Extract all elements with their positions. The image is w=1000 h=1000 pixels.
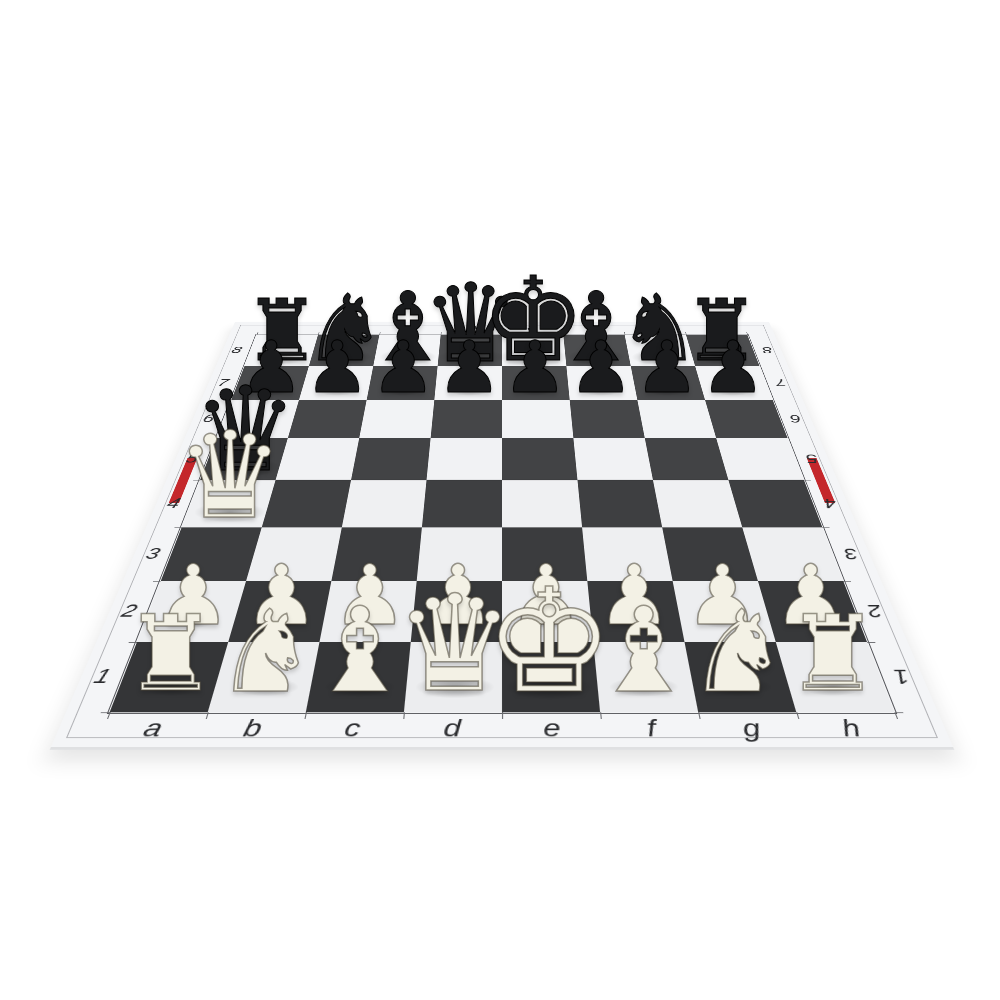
square-b6[interactable] xyxy=(288,400,367,438)
file-label-bottom-c: c xyxy=(343,717,362,741)
square-d6[interactable] xyxy=(431,400,502,438)
square-d8[interactable] xyxy=(438,335,502,366)
photo-stage: aa11bb22cc33dd44ee55ff66gg77hh88 ♜♞♝♛♚♝♞… xyxy=(0,0,1000,1000)
square-b7[interactable] xyxy=(299,366,373,400)
square-c1[interactable] xyxy=(306,642,411,712)
square-f2[interactable] xyxy=(587,581,684,642)
square-f1[interactable] xyxy=(593,642,698,712)
square-e1[interactable] xyxy=(502,642,600,712)
square-h7[interactable] xyxy=(695,366,773,400)
square-d5[interactable] xyxy=(427,438,502,480)
square-g5[interactable] xyxy=(645,438,729,480)
square-e8[interactable] xyxy=(502,335,566,366)
square-d1[interactable] xyxy=(404,642,502,712)
border-tick xyxy=(563,332,564,335)
square-d3[interactable] xyxy=(417,527,502,581)
square-a7[interactable] xyxy=(231,366,309,400)
square-c4[interactable] xyxy=(342,480,427,527)
square-e2[interactable] xyxy=(502,581,593,642)
square-g6[interactable] xyxy=(637,400,716,438)
square-d4[interactable] xyxy=(422,480,502,527)
border-tick xyxy=(501,712,502,719)
square-c7[interactable] xyxy=(367,366,438,400)
square-e3[interactable] xyxy=(502,527,587,581)
square-h8[interactable] xyxy=(686,335,759,366)
square-g7[interactable] xyxy=(631,366,705,400)
square-c6[interactable] xyxy=(359,400,434,438)
square-b2[interactable] xyxy=(228,581,331,642)
square-g3[interactable] xyxy=(662,527,758,581)
square-a5[interactable] xyxy=(200,438,288,480)
square-c8[interactable] xyxy=(373,335,440,366)
border-tick xyxy=(822,527,829,528)
square-f4[interactable] xyxy=(577,480,662,527)
border-tick xyxy=(502,332,503,335)
file-label-top-b: b xyxy=(344,324,357,333)
file-label-bottom-e: e xyxy=(543,717,561,741)
border-tick xyxy=(129,642,137,643)
square-d7[interactable] xyxy=(434,366,502,400)
file-label-top-e: e xyxy=(527,324,538,333)
border-tick xyxy=(894,712,903,713)
square-b3[interactable] xyxy=(246,527,342,581)
square-f3[interactable] xyxy=(582,527,673,581)
square-f7[interactable] xyxy=(566,366,637,400)
square-f6[interactable] xyxy=(570,400,645,438)
square-a6[interactable] xyxy=(217,400,299,438)
board-scene: aa11bb22cc33dd44ee55ff66gg77hh88 ♜♞♝♛♚♝♞… xyxy=(0,0,1000,1000)
chessboard: aa11bb22cc33dd44ee55ff66gg77hh88 xyxy=(51,322,953,747)
square-e4[interactable] xyxy=(502,480,582,527)
file-label-top-g: g xyxy=(648,324,661,333)
square-b1[interactable] xyxy=(208,642,320,712)
square-b4[interactable] xyxy=(262,480,351,527)
square-f8[interactable] xyxy=(563,335,630,366)
border-tick xyxy=(101,712,110,713)
file-label-bottom-d: d xyxy=(443,717,461,741)
square-a8[interactable] xyxy=(245,335,318,366)
square-c5[interactable] xyxy=(351,438,431,480)
file-label-top-c: c xyxy=(405,324,416,333)
border-tick xyxy=(174,527,181,528)
square-b8[interactable] xyxy=(309,335,379,366)
square-g4[interactable] xyxy=(653,480,742,527)
square-e5[interactable] xyxy=(502,438,577,480)
square-b5[interactable] xyxy=(276,438,360,480)
square-e7[interactable] xyxy=(502,366,570,400)
square-h6[interactable] xyxy=(705,400,787,438)
square-c3[interactable] xyxy=(331,527,422,581)
file-label-top-d: d xyxy=(466,324,477,333)
border-tick xyxy=(153,581,161,582)
border-tick xyxy=(867,642,875,643)
border-tick xyxy=(843,581,851,582)
square-d2[interactable] xyxy=(411,581,502,642)
square-f5[interactable] xyxy=(573,438,653,480)
square-g8[interactable] xyxy=(625,335,695,366)
board-fold-seam xyxy=(200,480,804,481)
square-e6[interactable] xyxy=(502,400,573,438)
square-c2[interactable] xyxy=(319,581,416,642)
